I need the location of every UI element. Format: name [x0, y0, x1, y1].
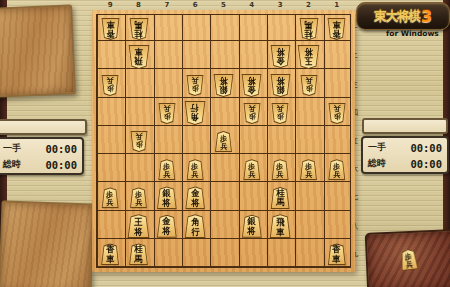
file-label-3: 3: [266, 1, 294, 10]
piece-gote-桂馬-81[interactable]: 桂馬: [129, 18, 149, 40]
piece-sente-角行-68[interactable]: 角行: [184, 214, 206, 238]
file-label-9: 9: [96, 1, 124, 10]
piece-sente-歩兵-55[interactable]: 歩兵: [215, 131, 233, 152]
player-name-plate-left: [0, 119, 87, 135]
app-logo: 東大将棋3: [356, 2, 450, 30]
clock-left-total-row: 総時 00:00: [3, 158, 77, 171]
piece-sente-歩兵-26[interactable]: 歩兵: [300, 159, 318, 180]
piece-gote-銀将-53[interactable]: 銀将: [213, 74, 234, 97]
piece-sente-桂馬-89[interactable]: 桂馬: [129, 243, 149, 265]
piece-sente-歩兵-76[interactable]: 歩兵: [158, 159, 176, 180]
piece-sente-歩兵-66[interactable]: 歩兵: [186, 159, 204, 180]
piece-gote-歩兵-63[interactable]: 歩兵: [186, 75, 204, 96]
file-label-2: 2: [294, 1, 322, 10]
clock-right-move-row: 一手 00:00: [368, 141, 442, 154]
clock-right-total-time: 00:00: [410, 158, 442, 170]
komadai-gote-tray[interactable]: [0, 4, 76, 97]
piece-gote-歩兵-74[interactable]: 歩兵: [158, 103, 176, 124]
piece-gote-玉将-22[interactable]: 玉将: [297, 45, 320, 69]
piece-gote-歩兵-44[interactable]: 歩兵: [243, 103, 261, 124]
piece-gote-歩兵-14[interactable]: 歩兵: [328, 103, 346, 124]
piece-sente-歩兵-97[interactable]: 歩兵: [101, 187, 119, 208]
file-label-1: 1: [323, 1, 351, 10]
piece-sente-銀将-48[interactable]: 銀将: [241, 215, 262, 238]
piece-sente-桂馬-37[interactable]: 桂馬: [270, 187, 290, 209]
clock-right-total-row: 総時 00:00: [368, 157, 442, 170]
file-label-4: 4: [238, 1, 266, 10]
piece-gote-金将-43[interactable]: 金将: [241, 74, 262, 97]
file-label-8: 8: [124, 1, 152, 10]
piece-gote-銀将-33[interactable]: 銀将: [270, 74, 291, 97]
komadai-sente-tray[interactable]: 歩兵: [365, 229, 450, 287]
clock-right-move-time: 00:00: [410, 142, 442, 154]
piece-gote-香車-11[interactable]: 香車: [327, 18, 346, 40]
piece-gote-角行-64[interactable]: 角行: [184, 101, 206, 125]
piece-sente-金将-78[interactable]: 金将: [156, 215, 177, 238]
piece-sente-王将-88[interactable]: 王将: [127, 214, 150, 238]
app-window: 987654321 一二三四五六七八九 香車桂馬桂馬香車飛車金将玉将歩兵歩兵銀将…: [0, 0, 450, 287]
piece-sente-香車-19[interactable]: 香車: [327, 243, 346, 265]
player-name-plate-right: [362, 118, 448, 134]
piece-gote-歩兵-34[interactable]: 歩兵: [271, 103, 289, 124]
clock-left-total-label: 総時: [3, 158, 21, 171]
clock-left-move-label: 一手: [3, 142, 21, 155]
piece-sente-金将-67[interactable]: 金将: [185, 186, 206, 209]
piece-sente-銀将-77[interactable]: 銀将: [156, 186, 177, 209]
piece-sente-香車-99[interactable]: 香車: [101, 243, 120, 265]
piece-box-tray[interactable]: [0, 200, 95, 287]
piece-sente-飛車-38[interactable]: 飛車: [269, 214, 291, 238]
clock-left-move-time: 00:00: [45, 143, 77, 155]
clock-left-move-row: 一手 00:00: [3, 142, 77, 155]
clock-panel-right: 一手 00:00 総時 00:00: [361, 136, 449, 174]
piece-gote-歩兵-93[interactable]: 歩兵: [101, 75, 119, 96]
piece-gote-飛車-82[interactable]: 飛車: [128, 45, 150, 69]
clock-right-total-label: 総時: [368, 157, 386, 170]
piece-sente-歩兵-46[interactable]: 歩兵: [243, 159, 261, 180]
clock-right-move-label: 一手: [368, 141, 386, 154]
file-label-7: 7: [153, 1, 181, 10]
piece-sente-歩兵-87[interactable]: 歩兵: [130, 187, 148, 208]
logo-version: 3: [421, 7, 432, 26]
piece-sente-歩兵-36[interactable]: 歩兵: [271, 159, 289, 180]
piece-gote-香車-91[interactable]: 香車: [101, 18, 120, 40]
clock-panel-left: 一手 00:00 総時 00:00: [0, 137, 84, 175]
file-label-6: 6: [181, 1, 209, 10]
logo-title: 東大将棋: [374, 8, 420, 25]
clock-left-total-time: 00:00: [45, 159, 77, 171]
piece-gote-桂馬-21[interactable]: 桂馬: [299, 18, 319, 40]
piece-sente-歩兵-16[interactable]: 歩兵: [328, 159, 346, 180]
shogi-board[interactable]: 香車桂馬桂馬香車飛車金将玉将歩兵歩兵銀将金将銀将歩兵歩兵角行歩兵歩兵歩兵歩兵歩兵…: [92, 10, 355, 272]
file-coordinate-labels: 987654321: [96, 1, 351, 10]
file-label-5: 5: [209, 1, 237, 10]
logo-subtitle: for Windows: [386, 29, 439, 38]
piece-gote-金将-32[interactable]: 金将: [270, 45, 291, 68]
piece-sente-歩兵-in-hand[interactable]: 歩兵: [399, 248, 419, 271]
piece-gote-歩兵-23[interactable]: 歩兵: [300, 75, 318, 96]
piece-gote-歩兵-85[interactable]: 歩兵: [130, 131, 148, 152]
